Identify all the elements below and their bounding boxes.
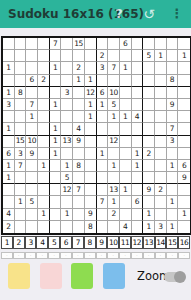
numpad-3[interactable]: 3 xyxy=(25,236,37,249)
grid-cell-r11c14[interactable] xyxy=(155,160,167,172)
grid-cell-r10c12[interactable]: 1 xyxy=(132,148,144,160)
grid-cell-r10c10[interactable] xyxy=(108,148,120,160)
grid-cell-r6c12[interactable] xyxy=(132,99,144,111)
grid-cell-r3c3[interactable] xyxy=(26,62,38,74)
grid-cell-r2c10[interactable] xyxy=(108,50,120,62)
grid-cell-r12c3[interactable] xyxy=(26,172,38,184)
grid-cell-r8c7[interactable]: 4 xyxy=(73,123,85,135)
grid-cell-r14c8[interactable] xyxy=(85,196,97,208)
grid-cell-r3c12[interactable] xyxy=(132,62,144,74)
grid-cell-r1c15[interactable] xyxy=(167,38,179,50)
numpad-mark-14: · xyxy=(155,252,167,259)
grid-cell-r5c6[interactable]: 3 xyxy=(61,87,73,99)
grid-cell-r4c4[interactable]: 2 xyxy=(38,75,50,87)
grid-cell-r2c16[interactable]: 1 xyxy=(178,50,190,62)
numpad-12[interactable]: 12 xyxy=(131,236,143,249)
numpad-mark-4: · xyxy=(36,252,48,259)
grid-cell-r8c10[interactable] xyxy=(108,123,120,135)
grid-cell-r13c7[interactable]: 7 xyxy=(73,184,85,196)
numpad-mark-1: · xyxy=(1,252,13,259)
grid-cell-r3c5[interactable]: 1 xyxy=(50,62,62,74)
grid-cell-r2c3[interactable] xyxy=(26,50,38,62)
grid-cell-r13c15[interactable] xyxy=(167,184,179,196)
grid-cell-r3c1[interactable]: 1 xyxy=(3,62,15,74)
grid-cell-r5c16[interactable] xyxy=(178,87,190,99)
number-pad: 12345678910111213141516 xyxy=(1,236,190,249)
grid-cell-r14c1[interactable] xyxy=(3,196,15,208)
grid-cell-r3c14[interactable] xyxy=(155,62,167,74)
numpad-11[interactable]: 11 xyxy=(119,236,131,249)
grid-cell-r1c1[interactable] xyxy=(3,38,15,50)
grid-cell-r15c4[interactable]: 1 xyxy=(38,209,50,221)
numpad-mark-15: · xyxy=(166,252,178,259)
grid-cell-r10c14[interactable] xyxy=(155,148,167,160)
numpad-2[interactable]: 2 xyxy=(13,236,25,249)
grid-cell-r16c9[interactable] xyxy=(97,221,109,233)
grid-cell-r2c12[interactable] xyxy=(132,50,144,62)
grid-cell-r14c11[interactable] xyxy=(120,196,132,208)
grid-cell-r9c3[interactable]: 10 xyxy=(26,136,38,148)
numpad-mark-8: · xyxy=(84,252,96,259)
grid-cell-r7c12[interactable]: 4 xyxy=(132,111,144,123)
grid-cell-r15c5[interactable] xyxy=(50,209,62,221)
grid-cell-r12c10[interactable] xyxy=(108,172,120,184)
grid-cell-r13c6[interactable]: 12 xyxy=(61,184,73,196)
grid-cell-r12c6[interactable]: 5 xyxy=(61,172,73,184)
grid-cell-r9c1[interactable] xyxy=(3,136,15,148)
zoom-toggle-thumb xyxy=(174,271,186,283)
grid-cell-r8c12[interactable] xyxy=(132,123,144,135)
grid-cell-r6c14[interactable] xyxy=(155,99,167,111)
grid-cell-r5c13[interactable] xyxy=(143,87,155,99)
grid-cell-r14c5[interactable] xyxy=(50,196,62,208)
grid-cell-r12c5[interactable] xyxy=(50,172,62,184)
grid-cell-r15c16[interactable]: 1 xyxy=(178,209,190,221)
grid-cell-r9c12[interactable] xyxy=(132,136,144,148)
grid-cell-r3c4[interactable] xyxy=(38,62,50,74)
grid-cell-r15c14[interactable] xyxy=(155,209,167,221)
grid-cell-r8c3[interactable] xyxy=(26,123,38,135)
grid-cell-r7c8[interactable]: 1 xyxy=(85,111,97,123)
grid-cell-r16c5[interactable] xyxy=(50,221,62,233)
undo-icon[interactable]: ↺ xyxy=(140,0,158,28)
grid-cell-r4c10[interactable] xyxy=(108,75,120,87)
grid-cell-r16c1[interactable]: 2 xyxy=(3,221,15,233)
grid-cell-r12c11[interactable] xyxy=(120,172,132,184)
grid-cell-r16c12[interactable] xyxy=(132,221,144,233)
grid-cell-r8c9[interactable] xyxy=(97,123,109,135)
grid-cell-r7c13[interactable] xyxy=(143,111,155,123)
numpad-mark-16: · xyxy=(178,252,190,259)
grid-cell-r14c4[interactable] xyxy=(38,196,50,208)
grid-cell-r8c14[interactable] xyxy=(155,123,167,135)
grid-cell-r5c4[interactable] xyxy=(38,87,50,99)
grid-cell-r12c12[interactable] xyxy=(132,172,144,184)
grid-cell-r8c8[interactable] xyxy=(85,123,97,135)
grid-cell-r4c8[interactable]: 1 xyxy=(85,75,97,87)
grid-cell-r4c1[interactable] xyxy=(3,75,15,87)
numpad-16[interactable]: 16 xyxy=(178,236,190,249)
grid-cell-r6c3[interactable]: 7 xyxy=(26,99,38,111)
grid-cell-r10c9[interactable]: 1 xyxy=(97,148,109,160)
grid-cell-r16c15[interactable]: 1 xyxy=(167,221,179,233)
grid-cell-r10c16[interactable] xyxy=(178,148,190,160)
grid-cell-r1c11[interactable]: 6 xyxy=(120,38,132,50)
grid-cell-r15c9[interactable] xyxy=(97,209,109,221)
grid-cell-r7c5[interactable] xyxy=(50,111,62,123)
grid-cell-r2c4[interactable] xyxy=(38,50,50,62)
grid-cell-r6c13[interactable] xyxy=(143,99,155,111)
grid-cell-r10c1[interactable]: 6 xyxy=(3,148,15,160)
grid-cell-r6c16[interactable] xyxy=(178,99,190,111)
grid-cell-r14c13[interactable] xyxy=(143,196,155,208)
numpad-8[interactable]: 8 xyxy=(84,236,96,249)
grid-cell-r8c6[interactable] xyxy=(61,123,73,135)
grid-cell-r11c16[interactable]: 6 xyxy=(178,160,190,172)
grid-cell-r11c10[interactable]: 1 xyxy=(108,160,120,172)
grid-cell-r6c15[interactable]: 9 xyxy=(167,99,179,111)
grid-cell-r2c14[interactable]: 1 xyxy=(155,50,167,62)
grid-cell-r8c15[interactable]: 7 xyxy=(167,123,179,135)
grid-cell-r12c9[interactable] xyxy=(97,172,109,184)
grid-cell-r14c15[interactable]: 1 xyxy=(167,196,179,208)
grid-cell-r15c3[interactable] xyxy=(26,209,38,221)
grid-cell-r13c9[interactable] xyxy=(97,184,109,196)
grid-cell-r13c8[interactable] xyxy=(85,184,97,196)
grid-cell-r11c13[interactable] xyxy=(143,160,155,172)
grid-cell-r2c11[interactable] xyxy=(120,50,132,62)
grid-cell-r12c15[interactable] xyxy=(167,172,179,184)
grid-cell-r16c2[interactable] xyxy=(15,221,27,233)
grid-cell-r15c2[interactable] xyxy=(15,209,27,221)
grid-cell-r2c7[interactable] xyxy=(73,50,85,62)
grid-cell-r11c1[interactable]: 1 xyxy=(3,160,15,172)
numpad-9[interactable]: 9 xyxy=(96,236,108,249)
grid-cell-r7c2[interactable] xyxy=(15,111,27,123)
grid-cell-r11c15[interactable]: 1 xyxy=(167,160,179,172)
grid-cell-r5c2[interactable]: 8 xyxy=(15,87,27,99)
grid-cell-r9c9[interactable] xyxy=(97,136,109,148)
grid-cell-r7c1[interactable] xyxy=(3,111,15,123)
grid-cell-r6c1[interactable]: 3 xyxy=(3,99,15,111)
grid-cell-r3c2[interactable] xyxy=(15,62,27,74)
grid-cell-r12c14[interactable] xyxy=(155,172,167,184)
grid-cell-r9c13[interactable] xyxy=(143,136,155,148)
grid-cell-r5c9[interactable]: 6 xyxy=(97,87,109,99)
grid-cell-r8c13[interactable] xyxy=(143,123,155,135)
grid-cell-r12c2[interactable] xyxy=(15,172,27,184)
grid-cell-r5c10[interactable]: 10 xyxy=(108,87,120,99)
grid-cell-r4c9[interactable] xyxy=(97,75,109,87)
grid-cell-r4c7[interactable]: 1 xyxy=(73,75,85,87)
grid-cell-r11c9[interactable] xyxy=(97,160,109,172)
sudoku-board: 7156251111237162118183126103711159111141… xyxy=(1,36,191,235)
grid-cell-r1c8[interactable] xyxy=(85,38,97,50)
numpad-15[interactable]: 15 xyxy=(166,236,178,249)
grid-cell-r3c15[interactable] xyxy=(167,62,179,74)
grid-cell-r13c14[interactable]: 2 xyxy=(155,184,167,196)
numpad-14[interactable]: 14 xyxy=(155,236,167,249)
grid-cell-r14c10[interactable]: 1 xyxy=(108,196,120,208)
grid-cell-r16c4[interactable] xyxy=(38,221,50,233)
grid-cell-r6c10[interactable]: 5 xyxy=(108,99,120,111)
grid-cell-r11c2[interactable]: 7 xyxy=(15,160,27,172)
grid-cell-r6c7[interactable] xyxy=(73,99,85,111)
grid-cell-r13c3[interactable] xyxy=(26,184,38,196)
numpad-mark-6: · xyxy=(60,252,72,259)
grid-cell-r3c9[interactable]: 3 xyxy=(97,62,109,74)
grid-cell-r16c8[interactable]: 8 xyxy=(85,221,97,233)
numpad-10[interactable]: 10 xyxy=(107,236,119,249)
grid-cell-r9c6[interactable]: 13 xyxy=(61,136,73,148)
grid-cell-r9c10[interactable]: 12 xyxy=(108,136,120,148)
grid-cell-r1c2[interactable] xyxy=(15,38,27,50)
grid-cell-r13c16[interactable] xyxy=(178,184,190,196)
grid-cell-r4c14[interactable] xyxy=(155,75,167,87)
grid-cell-r11c3[interactable] xyxy=(26,160,38,172)
grid-cell-r6c2[interactable] xyxy=(15,99,27,111)
grid-cell-r9c8[interactable] xyxy=(85,136,97,148)
grid-cell-r15c13[interactable]: 1 xyxy=(143,209,155,221)
grid-cell-r12c1[interactable]: 1 xyxy=(3,172,15,184)
grid-cell-r8c1[interactable]: 1 xyxy=(3,123,15,135)
grid-cell-r11c4[interactable]: 1 xyxy=(38,160,50,172)
grid-cell-r1c13[interactable] xyxy=(143,38,155,50)
grid-cell-r5c12[interactable] xyxy=(132,87,144,99)
grid-cell-r2c5[interactable] xyxy=(50,50,62,62)
grid-cell-r9c2[interactable]: 15 xyxy=(15,136,27,148)
grid-cell-r9c7[interactable]: 9 xyxy=(73,136,85,148)
grid-cell-r9c16[interactable] xyxy=(178,136,190,148)
grid-cell-r10c7[interactable] xyxy=(73,148,85,160)
grid-cell-r1c5[interactable]: 7 xyxy=(50,38,62,50)
grid-cell-r2c1[interactable] xyxy=(3,50,15,62)
grid-cell-r5c1[interactable]: 1 xyxy=(3,87,15,99)
grid-cell-r1c9[interactable] xyxy=(97,38,109,50)
grid-cell-r15c12[interactable] xyxy=(132,209,144,221)
grid-cell-r1c14[interactable] xyxy=(155,38,167,50)
grid-cell-r7c15[interactable] xyxy=(167,111,179,123)
grid-cell-r14c12[interactable]: 6 xyxy=(132,196,144,208)
grid-cell-r15c1[interactable]: 4 xyxy=(3,209,15,221)
grid-cell-r10c11[interactable] xyxy=(120,148,132,160)
grid-cell-r9c5[interactable]: 1 xyxy=(50,136,62,148)
grid-cell-r4c13[interactable] xyxy=(143,75,155,87)
grid-cell-r10c8[interactable] xyxy=(85,148,97,160)
grid-cell-r4c15[interactable]: 8 xyxy=(167,75,179,87)
numpad-mark-9: · xyxy=(96,252,108,259)
grid-cell-r3c8[interactable] xyxy=(85,62,97,74)
grid-cell-r6c11[interactable] xyxy=(120,99,132,111)
grid-cell-r13c5[interactable] xyxy=(50,184,62,196)
swatch-green[interactable] xyxy=(71,263,93,289)
grid-cell-r9c15[interactable]: 3 xyxy=(167,136,179,148)
number-pad-marks: ················ xyxy=(1,252,190,259)
grid-cell-r4c5[interactable] xyxy=(50,75,62,87)
grid-cell-r8c11[interactable] xyxy=(120,123,132,135)
grid-cell-r14c7[interactable] xyxy=(73,196,85,208)
swatch-yellow[interactable] xyxy=(8,263,30,289)
numpad-mark-3: · xyxy=(25,252,37,259)
grid-cell-r7c16[interactable] xyxy=(178,111,190,123)
grid-cell-r14c6[interactable] xyxy=(61,196,73,208)
grid-cell-r12c4[interactable] xyxy=(38,172,50,184)
numpad-mark-12: · xyxy=(131,252,143,259)
numpad-mark-5: · xyxy=(48,252,60,259)
grid-cell-r15c7[interactable] xyxy=(73,209,85,221)
grid-cell-r1c16[interactable] xyxy=(178,38,190,50)
grid-cell-r3c16[interactable] xyxy=(178,62,190,74)
grid-cell-r7c4[interactable] xyxy=(38,111,50,123)
grid-cell-r16c3[interactable] xyxy=(26,221,38,233)
grid-cell-r7c14[interactable] xyxy=(155,111,167,123)
grid-cell-r8c5[interactable]: 1 xyxy=(50,123,62,135)
grid-cell-r4c2[interactable] xyxy=(15,75,27,87)
grid-cell-r10c4[interactable] xyxy=(38,148,50,160)
grid-cell-r6c9[interactable]: 1 xyxy=(97,99,109,111)
grid-cell-r6c6[interactable] xyxy=(61,99,73,111)
numpad-4[interactable]: 4 xyxy=(36,236,48,249)
grid-cell-r10c3[interactable]: 9 xyxy=(26,148,38,160)
grid-cell-r6c8[interactable]: 1 xyxy=(85,99,97,111)
grid-cell-r7c10[interactable]: 1 xyxy=(108,111,120,123)
numpad-mark-11: · xyxy=(119,252,131,259)
grid-cell-r14c9[interactable]: 7 xyxy=(97,196,109,208)
grid-cell-r4c11[interactable] xyxy=(120,75,132,87)
grid-cell-r7c9[interactable] xyxy=(97,111,109,123)
numpad-mark-10: · xyxy=(107,252,119,259)
grid-cell-r16c14[interactable]: 3 xyxy=(155,221,167,233)
grid-cell-r2c2[interactable] xyxy=(15,50,27,62)
grid-cell-r16c7[interactable] xyxy=(73,221,85,233)
grid-cell-r1c12[interactable] xyxy=(132,38,144,50)
grid-cell-r7c11[interactable]: 1 xyxy=(120,111,132,123)
grid-cell-r2c6[interactable] xyxy=(61,50,73,62)
grid-cell-r4c3[interactable]: 6 xyxy=(26,75,38,87)
grid-cell-r9c14[interactable] xyxy=(155,136,167,148)
grid-cell-r7c7[interactable] xyxy=(73,111,85,123)
grid-cell-r1c7[interactable]: 15 xyxy=(73,38,85,50)
grid-cell-r16c10[interactable] xyxy=(108,221,120,233)
grid-cell-r6c5[interactable]: 1 xyxy=(50,99,62,111)
grid-cell-r3c7[interactable]: 2 xyxy=(73,62,85,74)
grid-cell-r7c3[interactable]: 1 xyxy=(26,111,38,123)
grid-cell-r13c1[interactable] xyxy=(3,184,15,196)
grid-cell-r8c16[interactable] xyxy=(178,123,190,135)
grid-cell-r13c11[interactable]: 1 xyxy=(120,184,132,196)
grid-cell-r12c7[interactable] xyxy=(73,172,85,184)
grid-cell-r2c13[interactable]: 5 xyxy=(143,50,155,62)
grid-cell-r9c4[interactable] xyxy=(38,136,50,148)
grid-cell-r10c13[interactable]: 2 xyxy=(143,148,155,160)
grid-cell-r2c9[interactable]: 2 xyxy=(97,50,109,62)
grid-cell-r11c5[interactable] xyxy=(50,160,62,172)
grid-cell-r15c10[interactable]: 2 xyxy=(108,209,120,221)
grid-cell-r13c13[interactable]: 9 xyxy=(143,184,155,196)
grid-cell-r5c8[interactable]: 12 xyxy=(85,87,97,99)
grid-cell-r5c11[interactable] xyxy=(120,87,132,99)
grid-cell-r11c6[interactable]: 1 xyxy=(61,160,73,172)
grid-cell-r15c6[interactable]: 1 xyxy=(61,209,73,221)
swatch-pink[interactable] xyxy=(40,263,62,289)
numpad-13[interactable]: 13 xyxy=(143,236,155,249)
grid-cell-r16c13[interactable]: 1 xyxy=(143,221,155,233)
numpad-mark-7: · xyxy=(72,252,84,259)
grid-cell-r1c4[interactable] xyxy=(38,38,50,50)
help-icon[interactable]: ? xyxy=(110,0,128,28)
overflow-menu-icon[interactable]: ⋮ xyxy=(168,0,186,28)
numpad-6[interactable]: 6 xyxy=(60,236,72,249)
grid-cell-r13c10[interactable]: 13 xyxy=(108,184,120,196)
grid-cell-r10c5[interactable]: 1 xyxy=(50,148,62,160)
grid-cell-r10c15[interactable] xyxy=(167,148,179,160)
grid-cell-r5c7[interactable] xyxy=(73,87,85,99)
grid-cell-r14c2[interactable]: 1 xyxy=(15,196,27,208)
grid-cell-r1c3[interactable] xyxy=(26,38,38,50)
grid-cell-r8c4[interactable] xyxy=(38,123,50,135)
grid-cell-r3c11[interactable]: 1 xyxy=(120,62,132,74)
grid-cell-r9c11[interactable] xyxy=(120,136,132,148)
grid-cell-r11c11[interactable] xyxy=(120,160,132,172)
grid-cell-r6c4[interactable] xyxy=(38,99,50,111)
grid-cell-r2c15[interactable] xyxy=(167,50,179,62)
grid-cell-r16c11[interactable]: 4 xyxy=(120,221,132,233)
grid-cell-r16c6[interactable] xyxy=(61,221,73,233)
numpad-7[interactable]: 7 xyxy=(72,236,84,249)
grid-cell-r3c6[interactable] xyxy=(61,62,73,74)
grid-cell-r4c12[interactable] xyxy=(132,75,144,87)
grid-cell-r4c6[interactable] xyxy=(61,75,73,87)
grid-cell-r14c14[interactable] xyxy=(155,196,167,208)
grid-cell-r1c10[interactable] xyxy=(108,38,120,50)
grid-cell-r5c3[interactable] xyxy=(26,87,38,99)
grid-cell-r13c12[interactable] xyxy=(132,184,144,196)
numpad-1[interactable]: 1 xyxy=(1,236,13,249)
grid-cell-r15c11[interactable] xyxy=(120,209,132,221)
grid-cell-r12c8[interactable] xyxy=(85,172,97,184)
grid-cell-r3c10[interactable]: 7 xyxy=(108,62,120,74)
zoom-toggle[interactable] xyxy=(164,272,184,282)
grid-cell-r10c2[interactable]: 3 xyxy=(15,148,27,160)
grid-cell-r13c4[interactable] xyxy=(38,184,50,196)
grid-cell-r8c2[interactable] xyxy=(15,123,27,135)
grid-cell-r15c8[interactable]: 9 xyxy=(85,209,97,221)
grid-cell-r13c2[interactable] xyxy=(15,184,27,196)
grid-cell-r14c3[interactable]: 5 xyxy=(26,196,38,208)
grid-cell-r5c14[interactable] xyxy=(155,87,167,99)
grid-cell-r12c16[interactable]: 9 xyxy=(178,172,190,184)
grid-cell-r14c16[interactable] xyxy=(178,196,190,208)
grid-cell-r15c15[interactable] xyxy=(167,209,179,221)
numpad-5[interactable]: 5 xyxy=(48,236,60,249)
app-header: Sudoku 16x16 (165) ? ↺ ⋮ xyxy=(0,0,191,28)
grid-cell-r7c6[interactable] xyxy=(61,111,73,123)
grid-cell-r10c6[interactable] xyxy=(61,148,73,160)
grid-cell-r5c5[interactable] xyxy=(50,87,62,99)
numpad-mark-13: · xyxy=(143,252,155,259)
grid-cell-r11c8[interactable] xyxy=(85,160,97,172)
swatch-blue[interactable] xyxy=(103,263,125,289)
grid-cell-r16c16[interactable] xyxy=(178,221,190,233)
grid-cell-r3c13[interactable] xyxy=(143,62,155,74)
grid-cell-r5c15[interactable] xyxy=(167,87,179,99)
grid-cell-r1c6[interactable] xyxy=(61,38,73,50)
grid-cell-r11c7[interactable]: 8 xyxy=(73,160,85,172)
grid-cell-r11c12[interactable]: 1 xyxy=(132,160,144,172)
grid-cell-r4c16[interactable] xyxy=(178,75,190,87)
grid-cell-r2c8[interactable] xyxy=(85,50,97,62)
grid-cell-r12c13[interactable] xyxy=(143,172,155,184)
